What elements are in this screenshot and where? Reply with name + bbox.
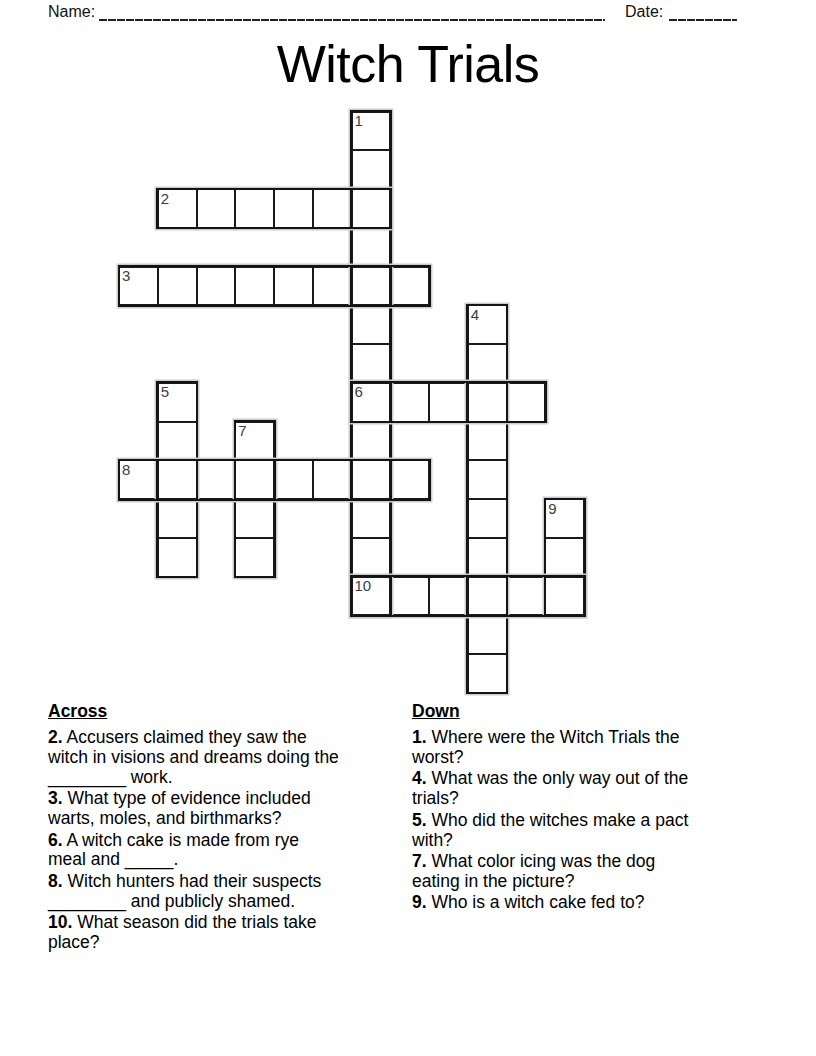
date-label: Date: (625, 3, 663, 21)
clue-number: 4. (412, 768, 427, 788)
clue-down-9: 9. Who is a witch cake fed to? (412, 893, 772, 913)
clue-text: A witch cake is made from rye meal and _… (48, 830, 299, 870)
down-heading: Down (412, 701, 772, 721)
word-outline-4-down (466, 304, 508, 695)
clue-across-10: 10. What season did the trials take plac… (48, 913, 400, 953)
clue-across-2: 2. Accusers claimed they saw the witch i… (48, 728, 400, 788)
clue-text: Who did the witches make a pact with? (412, 810, 688, 850)
clue-text: Where were the Witch Trials the worst? (412, 727, 679, 767)
cell-number: 3 (122, 268, 130, 283)
name-field-line[interactable] (99, 19, 605, 21)
clue-across-3: 3. What type of evidence included warts,… (48, 789, 400, 829)
name-label: Name: (48, 3, 95, 21)
clue-across-8: 8. Witch hunters had their suspects ____… (48, 872, 400, 912)
page-title: Witch Trials (0, 37, 816, 91)
clue-text: Witch hunters had their suspects _______… (48, 871, 321, 911)
clue-down-7: 7. What color icing was the dog eating i… (412, 852, 772, 892)
clue-number: 8. (48, 871, 63, 891)
cell-number: 1 (355, 113, 363, 128)
clue-down-5: 5. Who did the witches make a pact with? (412, 811, 772, 851)
crossword-grid: 12345678910 (118, 111, 585, 695)
cell-number: 2 (161, 191, 169, 206)
clue-down-1: 1. Where were the Witch Trials the worst… (412, 728, 772, 768)
across-clues-section: Across 2. Accusers claimed they saw the … (48, 701, 400, 954)
clue-text: What was the only way out of the trials? (412, 768, 688, 808)
clue-number: 9. (412, 892, 427, 912)
clue-number: 7. (412, 851, 427, 871)
cell-number: 7 (238, 423, 246, 438)
cell-number: 10 (355, 578, 372, 593)
down-clues-section: Down 1. Where were the Witch Trials the … (412, 701, 772, 915)
clue-number: 1. (412, 727, 427, 747)
date-field-line[interactable] (669, 19, 737, 21)
clue-number: 10. (48, 912, 72, 932)
clue-number: 3. (48, 788, 63, 808)
word-outline-6-across (350, 381, 547, 423)
clue-text: What season did the trials take place? (48, 912, 317, 952)
clue-number: 6. (48, 830, 63, 850)
word-outline-2-across (156, 188, 392, 230)
clue-number: 2. (48, 727, 63, 747)
clue-number: 5. (412, 810, 427, 830)
cell-number: 6 (355, 384, 363, 399)
clue-text: What color icing was the dog eating in t… (412, 851, 655, 891)
across-heading: Across (48, 701, 400, 721)
word-outline-3-across (118, 265, 431, 307)
word-outline-8-across (118, 459, 431, 501)
cell-number: 9 (548, 501, 556, 516)
cell-number: 5 (161, 384, 169, 399)
clue-down-4: 4. What was the only way out of the tria… (412, 769, 772, 809)
clue-text: What type of evidence included warts, mo… (48, 788, 311, 828)
word-outline-10-across (350, 575, 586, 617)
clue-text: Accusers claimed they saw the witch in v… (48, 727, 339, 787)
cell-number: 8 (122, 462, 130, 477)
clue-across-6: 6. A witch cake is made from rye meal an… (48, 831, 400, 871)
word-outline-1-down (350, 110, 392, 617)
clue-text: Who is a witch cake fed to? (431, 892, 644, 912)
cell-number: 4 (471, 307, 479, 322)
